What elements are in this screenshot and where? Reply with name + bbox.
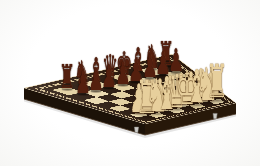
product-photo-scene: ♜♞♝♛♚♝♞♜♟♟♟♟♟♟♟♟♟♟♟♟♟♟♟♟♜♞♝♛♚♝♞♜ [0, 0, 260, 166]
metal-clasp-right [213, 113, 217, 118]
metal-clasp-left [134, 127, 138, 132]
